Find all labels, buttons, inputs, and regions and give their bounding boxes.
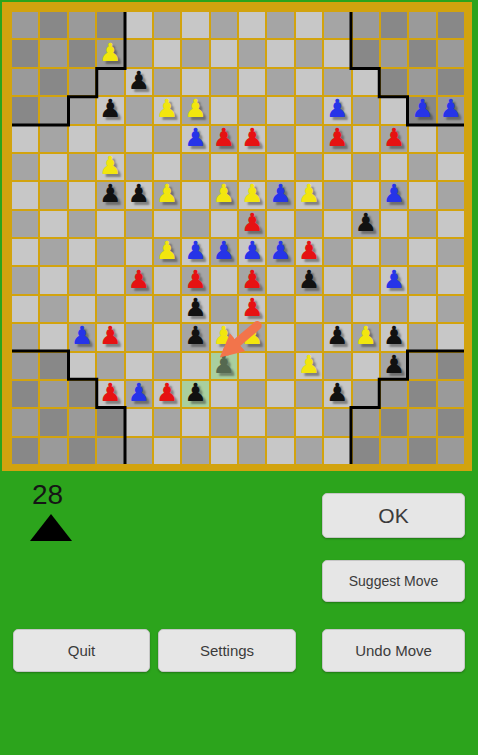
board-cell[interactable] bbox=[438, 40, 464, 66]
board-cell[interactable] bbox=[296, 296, 322, 322]
board-cell[interactable] bbox=[381, 239, 407, 265]
black-pawn: ♟ bbox=[99, 181, 121, 206]
board-cell[interactable]: ♟ bbox=[239, 296, 265, 322]
red-pawn: ♟ bbox=[241, 295, 263, 320]
board-cell[interactable] bbox=[126, 438, 152, 464]
board-cell[interactable]: ♟ bbox=[381, 182, 407, 208]
halma-board: ♟♟♟♟♟♟♟♟♟♟♟♟♟♟♟♟♟♟♟♟♟♟♟♟♟♟♟♟♟♟♟♟♟♟♟♟♟♟♟♟… bbox=[12, 12, 464, 464]
board-cell[interactable] bbox=[353, 239, 379, 265]
board-cell[interactable] bbox=[353, 353, 379, 379]
current-player-indicator bbox=[30, 514, 72, 541]
board-cell[interactable] bbox=[69, 381, 95, 407]
board-cell[interactable] bbox=[12, 267, 38, 293]
board-cell[interactable]: ♟ bbox=[353, 211, 379, 237]
yellow-pawn: ♟ bbox=[298, 352, 320, 377]
board-cell[interactable]: ♟ bbox=[97, 182, 123, 208]
board-cell[interactable] bbox=[239, 154, 265, 180]
board-cell[interactable] bbox=[126, 12, 152, 38]
red-pawn: ♟ bbox=[383, 125, 405, 150]
board-cell[interactable] bbox=[182, 154, 208, 180]
board-cell[interactable] bbox=[40, 409, 66, 435]
board-cell[interactable] bbox=[296, 409, 322, 435]
board-cell[interactable] bbox=[126, 353, 152, 379]
board-cell[interactable] bbox=[211, 296, 237, 322]
board-cell[interactable]: ♟ bbox=[97, 324, 123, 350]
board-cell[interactable] bbox=[211, 12, 237, 38]
board-cell[interactable] bbox=[126, 40, 152, 66]
board-cell[interactable]: ♟ bbox=[182, 267, 208, 293]
board-cell[interactable]: ♟ bbox=[182, 126, 208, 152]
board-cell[interactable] bbox=[97, 69, 123, 95]
board-cell[interactable] bbox=[154, 211, 180, 237]
board-cell[interactable] bbox=[353, 438, 379, 464]
board-cell[interactable] bbox=[324, 239, 350, 265]
suggest-move-button[interactable]: Suggest Move bbox=[322, 560, 465, 602]
board-cell[interactable] bbox=[324, 69, 350, 95]
board-cell[interactable] bbox=[182, 353, 208, 379]
board-cell[interactable] bbox=[409, 353, 435, 379]
board-cell[interactable]: ♟ bbox=[381, 353, 407, 379]
board-cell[interactable] bbox=[409, 438, 435, 464]
board-cell[interactable] bbox=[438, 154, 464, 180]
board-cell[interactable] bbox=[211, 409, 237, 435]
board-cell[interactable]: ♟ bbox=[182, 324, 208, 350]
yellow-pawn: ♟ bbox=[99, 153, 121, 178]
board-cell[interactable] bbox=[69, 40, 95, 66]
board-cell[interactable] bbox=[267, 409, 293, 435]
board-cell[interactable]: ♟ bbox=[438, 97, 464, 123]
board-cell[interactable] bbox=[69, 12, 95, 38]
board-cell[interactable]: ♟ bbox=[97, 154, 123, 180]
board-cell[interactable] bbox=[438, 211, 464, 237]
board-cell[interactable] bbox=[324, 182, 350, 208]
red-pawn: ♟ bbox=[156, 380, 178, 405]
blue-pawn: ♟ bbox=[269, 238, 291, 263]
board-cell[interactable]: ♟ bbox=[409, 97, 435, 123]
move-counter: 28 bbox=[32, 479, 63, 511]
board-cell[interactable] bbox=[12, 97, 38, 123]
board-cell[interactable] bbox=[438, 409, 464, 435]
board-cell[interactable] bbox=[438, 126, 464, 152]
board-cell[interactable]: ♟ bbox=[239, 324, 265, 350]
board-cell[interactable] bbox=[239, 12, 265, 38]
black-pawn: ♟ bbox=[184, 323, 206, 348]
board-cell[interactable]: ♟ bbox=[97, 381, 123, 407]
board-cell[interactable] bbox=[267, 69, 293, 95]
board-cell[interactable] bbox=[381, 154, 407, 180]
board-cell[interactable] bbox=[296, 12, 322, 38]
board-cell[interactable] bbox=[69, 97, 95, 123]
board-cell[interactable] bbox=[353, 154, 379, 180]
board-cell[interactable]: ♟ bbox=[324, 324, 350, 350]
board-cell[interactable]: ♟ bbox=[296, 239, 322, 265]
blue-pawn: ♟ bbox=[213, 238, 235, 263]
board-cell[interactable]: ♟ bbox=[154, 239, 180, 265]
board-cell[interactable]: ♟ bbox=[239, 211, 265, 237]
board-cell[interactable] bbox=[40, 211, 66, 237]
quit-button[interactable]: Quit bbox=[13, 629, 150, 672]
board-cell[interactable] bbox=[438, 296, 464, 322]
board-cell[interactable] bbox=[296, 211, 322, 237]
board-cell[interactable] bbox=[40, 126, 66, 152]
board-cell[interactable]: ♟ bbox=[126, 69, 152, 95]
board-cell[interactable] bbox=[69, 438, 95, 464]
board-cell[interactable] bbox=[409, 296, 435, 322]
board-cell[interactable] bbox=[211, 267, 237, 293]
board-cell[interactable] bbox=[12, 182, 38, 208]
board-cell[interactable] bbox=[154, 409, 180, 435]
board-cell[interactable] bbox=[296, 126, 322, 152]
black-pawn: ♟ bbox=[127, 68, 149, 93]
board-cell[interactable] bbox=[296, 381, 322, 407]
board-cell[interactable]: ♟ bbox=[154, 97, 180, 123]
board-cell[interactable]: ♟ bbox=[267, 239, 293, 265]
board-cell[interactable]: ♟ bbox=[211, 126, 237, 152]
board-cell[interactable] bbox=[12, 324, 38, 350]
board-cell[interactable] bbox=[267, 40, 293, 66]
board-cell[interactable] bbox=[211, 40, 237, 66]
board-cell[interactable] bbox=[381, 40, 407, 66]
board-cell[interactable] bbox=[69, 182, 95, 208]
board-cell[interactable] bbox=[12, 438, 38, 464]
board-cell[interactable] bbox=[211, 97, 237, 123]
board-cell[interactable] bbox=[324, 296, 350, 322]
board-cell[interactable] bbox=[296, 40, 322, 66]
board-cell[interactable] bbox=[296, 438, 322, 464]
board-cell[interactable] bbox=[353, 381, 379, 407]
board-cell[interactable] bbox=[409, 409, 435, 435]
board-cell[interactable] bbox=[40, 69, 66, 95]
board-cell[interactable] bbox=[97, 126, 123, 152]
board-cell[interactable] bbox=[211, 381, 237, 407]
board-cell[interactable] bbox=[126, 296, 152, 322]
board-cell[interactable] bbox=[97, 12, 123, 38]
board-cell[interactable] bbox=[97, 239, 123, 265]
board-cell[interactable]: ♟ bbox=[381, 126, 407, 152]
board-cell[interactable] bbox=[154, 296, 180, 322]
blue-pawn: ♟ bbox=[184, 238, 206, 263]
board-cell[interactable]: ♟ bbox=[211, 182, 237, 208]
board-cell[interactable] bbox=[353, 12, 379, 38]
board-cell[interactable] bbox=[126, 409, 152, 435]
yellow-pawn: ♟ bbox=[99, 40, 121, 65]
board-cell[interactable] bbox=[267, 438, 293, 464]
board-cell[interactable] bbox=[239, 97, 265, 123]
board-cell[interactable] bbox=[239, 353, 265, 379]
board-cell[interactable] bbox=[12, 381, 38, 407]
board-cell[interactable] bbox=[409, 69, 435, 95]
red-pawn: ♟ bbox=[241, 210, 263, 235]
board-cell[interactable] bbox=[182, 211, 208, 237]
board-cell[interactable]: ♟ bbox=[296, 267, 322, 293]
board-cell[interactable] bbox=[69, 353, 95, 379]
board-cell[interactable] bbox=[409, 182, 435, 208]
red-pawn: ♟ bbox=[127, 267, 149, 292]
board-cell[interactable] bbox=[12, 40, 38, 66]
board-cell[interactable] bbox=[438, 353, 464, 379]
board-cell[interactable] bbox=[438, 438, 464, 464]
board-cell[interactable] bbox=[381, 381, 407, 407]
board-cell[interactable] bbox=[12, 409, 38, 435]
board-cell[interactable] bbox=[40, 40, 66, 66]
settings-button[interactable]: Settings bbox=[158, 629, 296, 672]
board-cell[interactable] bbox=[154, 69, 180, 95]
black-pawn: ♟ bbox=[383, 352, 405, 377]
board-cell[interactable]: ♟ bbox=[154, 182, 180, 208]
board-cell[interactable] bbox=[267, 154, 293, 180]
board-cell[interactable] bbox=[438, 12, 464, 38]
board-cell[interactable] bbox=[239, 69, 265, 95]
board-cell[interactable] bbox=[296, 154, 322, 180]
board-cell[interactable] bbox=[353, 296, 379, 322]
board-cell[interactable] bbox=[154, 267, 180, 293]
board-cell[interactable] bbox=[296, 69, 322, 95]
board-cell[interactable] bbox=[381, 296, 407, 322]
board-cell[interactable]: ♟ bbox=[239, 267, 265, 293]
board-cell[interactable]: ♟ bbox=[182, 296, 208, 322]
board-cell[interactable] bbox=[267, 324, 293, 350]
undo-move-button[interactable]: Undo Move bbox=[322, 629, 465, 672]
yellow-pawn: ♟ bbox=[241, 181, 263, 206]
yellow-pawn: ♟ bbox=[213, 323, 235, 348]
board-cell[interactable] bbox=[438, 182, 464, 208]
board-cell[interactable] bbox=[154, 324, 180, 350]
board-cell[interactable] bbox=[239, 40, 265, 66]
board-cell[interactable] bbox=[182, 12, 208, 38]
board-cell[interactable] bbox=[324, 438, 350, 464]
board-cell[interactable] bbox=[126, 97, 152, 123]
red-pawn: ♟ bbox=[241, 267, 263, 292]
board-cell[interactable] bbox=[154, 40, 180, 66]
blue-pawn: ♟ bbox=[269, 181, 291, 206]
board-cell[interactable] bbox=[69, 296, 95, 322]
board-cell[interactable] bbox=[40, 97, 66, 123]
board-cell[interactable] bbox=[353, 267, 379, 293]
board-cell[interactable] bbox=[324, 211, 350, 237]
blue-pawn: ♟ bbox=[411, 96, 433, 121]
board-cell[interactable] bbox=[126, 154, 152, 180]
board-cell[interactable] bbox=[353, 409, 379, 435]
board-cell[interactable] bbox=[154, 438, 180, 464]
board-cell[interactable] bbox=[324, 40, 350, 66]
board-cell[interactable]: ♟ bbox=[182, 239, 208, 265]
board-cell[interactable] bbox=[182, 409, 208, 435]
board-cell[interactable] bbox=[126, 211, 152, 237]
board-cell[interactable] bbox=[324, 353, 350, 379]
board-cell[interactable] bbox=[97, 267, 123, 293]
board-cell[interactable]: ♟ bbox=[324, 97, 350, 123]
board-cell[interactable] bbox=[40, 438, 66, 464]
red-pawn: ♟ bbox=[298, 238, 320, 263]
board-cell[interactable] bbox=[324, 267, 350, 293]
board-cell[interactable] bbox=[267, 211, 293, 237]
board-cell[interactable]: ♟ bbox=[97, 40, 123, 66]
black-pawn: ♟ bbox=[298, 267, 320, 292]
board-cell[interactable] bbox=[12, 296, 38, 322]
board-cell[interactable] bbox=[12, 154, 38, 180]
board-cell[interactable] bbox=[409, 211, 435, 237]
board-cell[interactable]: ♟ bbox=[239, 182, 265, 208]
board-cell[interactable] bbox=[324, 409, 350, 435]
board-cell[interactable] bbox=[211, 154, 237, 180]
ok-button[interactable]: OK bbox=[322, 493, 465, 538]
board-cell[interactable] bbox=[381, 69, 407, 95]
board-cell[interactable] bbox=[409, 239, 435, 265]
board-cell[interactable] bbox=[69, 69, 95, 95]
board-cell[interactable] bbox=[409, 324, 435, 350]
board-cell[interactable]: ♟ bbox=[182, 97, 208, 123]
board-cell[interactable] bbox=[12, 126, 38, 152]
board-cell[interactable] bbox=[353, 182, 379, 208]
board-cell[interactable] bbox=[267, 267, 293, 293]
board-cell[interactable]: ♟ bbox=[126, 267, 152, 293]
board-cell[interactable]: ♟ bbox=[211, 353, 237, 379]
board-cell[interactable] bbox=[69, 211, 95, 237]
board-cell[interactable] bbox=[409, 126, 435, 152]
board-cell[interactable] bbox=[267, 97, 293, 123]
black-pawn: ♟ bbox=[326, 380, 348, 405]
board-cell[interactable]: ♟ bbox=[296, 353, 322, 379]
board-cell[interactable] bbox=[182, 40, 208, 66]
board-cell[interactable] bbox=[40, 154, 66, 180]
board-cell[interactable] bbox=[126, 239, 152, 265]
board-cell[interactable] bbox=[267, 353, 293, 379]
board-cell[interactable] bbox=[69, 126, 95, 152]
board-cell[interactable] bbox=[97, 409, 123, 435]
black-pawn: ♟ bbox=[99, 96, 121, 121]
blue-pawn: ♟ bbox=[326, 96, 348, 121]
board-cell[interactable] bbox=[267, 126, 293, 152]
board-cell[interactable] bbox=[438, 324, 464, 350]
black-pawn: ♟ bbox=[354, 210, 376, 235]
board-cell[interactable]: ♟ bbox=[126, 381, 152, 407]
board-cell[interactable] bbox=[12, 239, 38, 265]
board-cell[interactable] bbox=[126, 126, 152, 152]
board-cell[interactable]: ♟ bbox=[296, 182, 322, 208]
board-cell[interactable]: ♟ bbox=[154, 381, 180, 407]
board-cell[interactable] bbox=[40, 267, 66, 293]
board-cell[interactable] bbox=[211, 438, 237, 464]
board-cell[interactable] bbox=[40, 353, 66, 379]
red-pawn: ♟ bbox=[99, 323, 121, 348]
board-cell[interactable] bbox=[97, 296, 123, 322]
board-cell[interactable] bbox=[324, 154, 350, 180]
board-cell[interactable] bbox=[409, 154, 435, 180]
black-pawn: ♟ bbox=[326, 323, 348, 348]
board-cell[interactable]: ♟ bbox=[69, 324, 95, 350]
board-cell[interactable] bbox=[182, 69, 208, 95]
yellow-pawn: ♟ bbox=[156, 181, 178, 206]
board-cell[interactable]: ♟ bbox=[126, 182, 152, 208]
board-cell[interactable] bbox=[296, 324, 322, 350]
board-cell[interactable] bbox=[296, 97, 322, 123]
board-cell[interactable] bbox=[97, 353, 123, 379]
board-cell[interactable] bbox=[40, 12, 66, 38]
board-cell[interactable] bbox=[182, 438, 208, 464]
board-cell[interactable] bbox=[381, 438, 407, 464]
board-cell[interactable] bbox=[353, 40, 379, 66]
yellow-pawn: ♟ bbox=[156, 96, 178, 121]
board-cell[interactable] bbox=[154, 12, 180, 38]
board-cell[interactable] bbox=[40, 182, 66, 208]
board-cell[interactable] bbox=[69, 409, 95, 435]
board-cell[interactable] bbox=[12, 353, 38, 379]
board-cell[interactable]: ♟ bbox=[182, 381, 208, 407]
board-cell[interactable] bbox=[12, 69, 38, 95]
board-cell[interactable] bbox=[97, 438, 123, 464]
black-pawn: ♟ bbox=[184, 380, 206, 405]
yellow-pawn: ♟ bbox=[354, 323, 376, 348]
board-cell[interactable] bbox=[267, 296, 293, 322]
board-cell[interactable] bbox=[97, 211, 123, 237]
board-cell[interactable] bbox=[381, 211, 407, 237]
black-pawn: ♟ bbox=[383, 323, 405, 348]
board-cell[interactable] bbox=[381, 409, 407, 435]
board-cell[interactable] bbox=[409, 40, 435, 66]
board-cell[interactable] bbox=[12, 12, 38, 38]
board-cell[interactable] bbox=[40, 239, 66, 265]
board-cell[interactable] bbox=[69, 267, 95, 293]
board-cell[interactable] bbox=[409, 12, 435, 38]
board-cell[interactable]: ♟ bbox=[353, 324, 379, 350]
board-cell[interactable]: ♟ bbox=[381, 324, 407, 350]
board-cell[interactable] bbox=[182, 182, 208, 208]
board-cell[interactable] bbox=[353, 97, 379, 123]
board-cell[interactable]: ♟ bbox=[239, 239, 265, 265]
board-cell[interactable] bbox=[69, 154, 95, 180]
board-cell[interactable]: ♟ bbox=[267, 182, 293, 208]
board-cell[interactable]: ♟ bbox=[97, 97, 123, 123]
board-cell[interactable] bbox=[438, 381, 464, 407]
board-cell[interactable] bbox=[267, 381, 293, 407]
red-pawn: ♟ bbox=[184, 267, 206, 292]
board-cell[interactable]: ♟ bbox=[324, 126, 350, 152]
halma-app: { "game": "Halma", "board_size": "16x16"… bbox=[0, 0, 478, 755]
board-cell[interactable] bbox=[353, 69, 379, 95]
board-cell[interactable] bbox=[40, 324, 66, 350]
board-cell[interactable] bbox=[438, 239, 464, 265]
board-cell[interactable] bbox=[324, 12, 350, 38]
board-cell[interactable] bbox=[154, 126, 180, 152]
board-cell[interactable] bbox=[211, 211, 237, 237]
board-cell[interactable] bbox=[211, 69, 237, 95]
board-cell[interactable] bbox=[154, 353, 180, 379]
board-cell[interactable] bbox=[267, 12, 293, 38]
board-cell[interactable] bbox=[154, 154, 180, 180]
board-cell[interactable] bbox=[126, 324, 152, 350]
board-cell[interactable] bbox=[40, 296, 66, 322]
board-cell[interactable] bbox=[239, 438, 265, 464]
board-cell[interactable] bbox=[409, 381, 435, 407]
board-cell[interactable] bbox=[438, 69, 464, 95]
blue-pawn: ♟ bbox=[184, 125, 206, 150]
board-cell[interactable]: ♟ bbox=[381, 267, 407, 293]
board-cell[interactable] bbox=[239, 381, 265, 407]
board-cell[interactable]: ♟ bbox=[239, 126, 265, 152]
board-cell[interactable] bbox=[381, 97, 407, 123]
board-cell[interactable] bbox=[409, 267, 435, 293]
board-cell[interactable]: ♟ bbox=[324, 381, 350, 407]
board-cell[interactable]: ♟ bbox=[211, 324, 237, 350]
board-cell[interactable]: ♟ bbox=[211, 239, 237, 265]
board-cell[interactable] bbox=[40, 381, 66, 407]
board-cell[interactable] bbox=[69, 239, 95, 265]
board-cell[interactable] bbox=[381, 12, 407, 38]
board-cell[interactable] bbox=[438, 267, 464, 293]
board-cell[interactable] bbox=[353, 126, 379, 152]
board-cell[interactable] bbox=[239, 409, 265, 435]
board-cell[interactable] bbox=[12, 211, 38, 237]
